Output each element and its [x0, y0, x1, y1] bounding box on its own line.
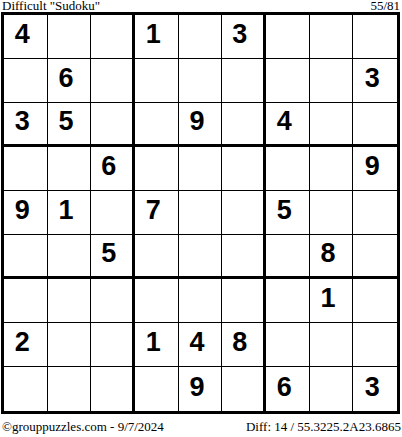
cell-r9c5: 9: [179, 367, 223, 411]
cell-r3c6[interactable]: [222, 103, 266, 147]
cell-r5c5[interactable]: [179, 191, 223, 235]
cell-r9c6[interactable]: [222, 367, 266, 411]
cell-r5c8[interactable]: [310, 191, 354, 235]
cell-r6c2[interactable]: [48, 235, 92, 279]
given-digit: 6: [277, 374, 292, 401]
cell-r2c8[interactable]: [310, 59, 354, 103]
cell-r1c8[interactable]: [310, 15, 354, 59]
given-digit: 3: [15, 108, 30, 135]
cell-r5c3[interactable]: [91, 191, 135, 235]
cell-r4c3: 6: [91, 147, 135, 191]
given-digit: 9: [365, 153, 380, 180]
cell-r4c9: 9: [353, 147, 397, 191]
cell-r3c8[interactable]: [310, 103, 354, 147]
cell-r9c1[interactable]: [4, 367, 48, 411]
cell-r5c6[interactable]: [222, 191, 266, 235]
cell-r4c6[interactable]: [222, 147, 266, 191]
sudoku-grid: 4136335946991755812148963: [1, 12, 400, 414]
given-digit: 9: [15, 197, 30, 224]
cell-r1c1: 4: [4, 15, 48, 59]
given-digit: 2: [15, 329, 30, 356]
given-digit: 1: [320, 285, 335, 312]
cell-r9c4[interactable]: [135, 367, 179, 411]
cell-r3c7: 4: [266, 103, 310, 147]
cell-r4c7[interactable]: [266, 147, 310, 191]
cell-r6c6[interactable]: [222, 235, 266, 279]
given-digit: 1: [146, 21, 161, 48]
page-footer: ©grouppuzzles.com - 9/7/2024 Diff: 14 / …: [2, 420, 401, 433]
cell-r8c2[interactable]: [48, 323, 92, 367]
cell-r5c4: 7: [135, 191, 179, 235]
given-digit: 5: [58, 108, 73, 135]
cell-r6c9[interactable]: [353, 235, 397, 279]
cell-r2c9: 3: [353, 59, 397, 103]
given-digit: 4: [189, 329, 204, 356]
cell-r8c6: 8: [222, 323, 266, 367]
cell-r6c1[interactable]: [4, 235, 48, 279]
given-digit: 5: [101, 240, 116, 267]
cell-r6c3: 5: [91, 235, 135, 279]
cell-r2c2: 6: [48, 59, 92, 103]
cell-r8c1: 2: [4, 323, 48, 367]
cell-r7c9[interactable]: [353, 279, 397, 323]
cell-r8c8[interactable]: [310, 323, 354, 367]
cell-r9c2[interactable]: [48, 367, 92, 411]
cell-r7c6[interactable]: [222, 279, 266, 323]
given-digit: 4: [277, 108, 292, 135]
given-digit: 6: [58, 65, 73, 92]
cell-r5c9[interactable]: [353, 191, 397, 235]
cell-r9c7: 6: [266, 367, 310, 411]
cell-r9c8[interactable]: [310, 367, 354, 411]
given-digit: 3: [365, 65, 380, 92]
cell-r1c2[interactable]: [48, 15, 92, 59]
cell-r1c4: 1: [135, 15, 179, 59]
cell-r1c7[interactable]: [266, 15, 310, 59]
cell-r8c5: 4: [179, 323, 223, 367]
cell-r4c2[interactable]: [48, 147, 92, 191]
cell-r9c9: 3: [353, 367, 397, 411]
cell-r2c4[interactable]: [135, 59, 179, 103]
cell-r7c5[interactable]: [179, 279, 223, 323]
cell-r8c7[interactable]: [266, 323, 310, 367]
puzzle-title: Difficult "Sudoku": [2, 0, 100, 11]
cell-r5c1: 9: [4, 191, 48, 235]
cell-r4c8[interactable]: [310, 147, 354, 191]
given-digit: 9: [189, 374, 204, 401]
cell-r2c5[interactable]: [179, 59, 223, 103]
cell-r9c3[interactable]: [91, 367, 135, 411]
cell-r2c3[interactable]: [91, 59, 135, 103]
cell-r7c2[interactable]: [48, 279, 92, 323]
cell-r6c7[interactable]: [266, 235, 310, 279]
cell-r1c9[interactable]: [353, 15, 397, 59]
cell-r7c8: 1: [310, 279, 354, 323]
given-digit: 1: [58, 197, 73, 224]
cell-r3c2: 5: [48, 103, 92, 147]
cell-r2c1[interactable]: [4, 59, 48, 103]
given-digit: 4: [15, 21, 30, 48]
given-digit: 5: [277, 197, 292, 224]
cell-r3c9[interactable]: [353, 103, 397, 147]
cell-r2c6[interactable]: [222, 59, 266, 103]
cell-r7c4[interactable]: [135, 279, 179, 323]
cell-r3c1: 3: [4, 103, 48, 147]
cell-r7c1[interactable]: [4, 279, 48, 323]
cell-r4c1[interactable]: [4, 147, 48, 191]
cell-r6c4[interactable]: [135, 235, 179, 279]
given-digit: 7: [146, 197, 161, 224]
cell-r5c7: 5: [266, 191, 310, 235]
given-digit: 1: [146, 329, 161, 356]
cell-r7c7[interactable]: [266, 279, 310, 323]
page-header: Difficult "Sudoku" 55/81: [2, 0, 400, 11]
cell-r8c4: 1: [135, 323, 179, 367]
difficulty-code: Diff: 14 / 55.3225.2A23.6865: [246, 420, 401, 433]
cell-r8c9[interactable]: [353, 323, 397, 367]
copyright-text: ©grouppuzzles.com - 9/7/2024: [2, 420, 164, 433]
given-digit: 3: [365, 374, 380, 401]
cell-r2c7[interactable]: [266, 59, 310, 103]
given-digit: 3: [232, 21, 247, 48]
cell-r1c6: 3: [222, 15, 266, 59]
cell-r7c3[interactable]: [91, 279, 135, 323]
cell-r6c5[interactable]: [179, 235, 223, 279]
cell-r1c3[interactable]: [91, 15, 135, 59]
cell-r4c5[interactable]: [179, 147, 223, 191]
given-digit: 8: [232, 329, 247, 356]
cell-r3c3[interactable]: [91, 103, 135, 147]
given-digit: 6: [101, 153, 116, 180]
given-digit: 8: [320, 240, 335, 267]
cell-r6c8: 8: [310, 235, 354, 279]
cell-r3c5: 9: [179, 103, 223, 147]
given-digit: 9: [189, 108, 204, 135]
cell-r3c4[interactable]: [135, 103, 179, 147]
cell-r1c5[interactable]: [179, 15, 223, 59]
cell-r5c2: 1: [48, 191, 92, 235]
cell-r8c3[interactable]: [91, 323, 135, 367]
empty-cell-counter: 55/81: [370, 0, 400, 11]
cell-r4c4[interactable]: [135, 147, 179, 191]
